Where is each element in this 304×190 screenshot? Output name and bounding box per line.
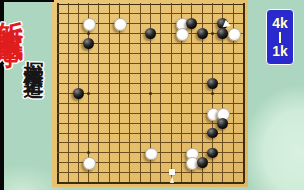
rank-range-badge: 4k 1k	[266, 9, 294, 65]
stone-black-R7[interactable]	[217, 118, 228, 129]
star-point	[211, 92, 214, 95]
star-point	[211, 32, 214, 35]
title-banner-primary: 斩断实战恶手	[0, 2, 25, 26]
rank-bottom-label: 1k	[272, 44, 288, 59]
stone-black-C10[interactable]	[73, 88, 84, 99]
stone-black-Q6[interactable]	[207, 128, 218, 139]
stone-black-R16[interactable]	[217, 28, 228, 39]
go-board[interactable]	[52, 0, 248, 187]
stone-white-N16[interactable]	[176, 28, 189, 41]
stone-white-S16[interactable]	[228, 28, 241, 41]
go-app-screenshot: 斩断实战恶手 探索棋之正道 4k 1k	[0, 0, 304, 190]
stone-black-P16[interactable]	[197, 28, 208, 39]
stone-black-D15[interactable]	[83, 38, 94, 49]
star-point	[87, 92, 90, 95]
mouse-cursor-icon	[170, 176, 174, 183]
stone-white-D17[interactable]	[83, 18, 96, 31]
stone-black-K16[interactable]	[145, 28, 156, 39]
stone-black-P3[interactable]	[197, 157, 208, 168]
star-point	[87, 32, 90, 35]
stone-white-D3[interactable]	[83, 157, 96, 170]
stone-black-O17[interactable]	[186, 18, 197, 29]
rank-top-label: 4k	[272, 16, 288, 31]
title-banner-secondary: 探索棋之正道	[21, 45, 47, 66]
stone-placement-preview	[169, 169, 175, 175]
stone-white-G17[interactable]	[114, 18, 127, 31]
stone-black-Q4[interactable]	[207, 148, 218, 159]
stone-black-Q11[interactable]	[207, 78, 218, 89]
rank-badge-divider	[279, 32, 282, 43]
star-point	[87, 151, 90, 154]
star-point	[149, 92, 152, 95]
video-edge-bar-left	[0, 0, 4, 190]
stone-white-K4[interactable]	[145, 148, 158, 161]
